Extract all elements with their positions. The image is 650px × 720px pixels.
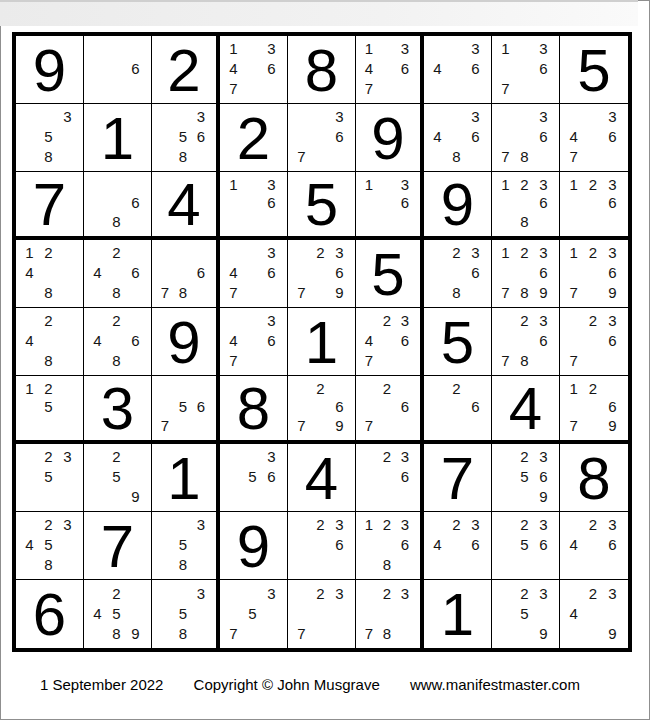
- given-digit: 7: [441, 449, 474, 509]
- candidate-digit: 3: [396, 175, 414, 194]
- cell-r8c5: 236: [288, 512, 356, 580]
- candidate-digit: 7: [156, 282, 174, 302]
- candidate-digit: 6: [192, 263, 210, 283]
- candidate-digit: 2: [515, 515, 534, 535]
- given-digit: 5: [305, 175, 338, 235]
- candidate-digit: 9: [330, 282, 349, 302]
- pencil-marks: 3467: [560, 104, 628, 171]
- candidate-digit: 3: [603, 107, 622, 127]
- candidate-digit: 6: [330, 398, 349, 417]
- candidate-digit: 6: [192, 398, 210, 417]
- candidate-digit: 6: [534, 263, 553, 283]
- pencil-marks: 358: [152, 512, 216, 579]
- candidate-digit: 4: [428, 535, 447, 555]
- candidate-digit: 1: [224, 175, 243, 194]
- pencil-marks: 1236789: [492, 240, 559, 307]
- candidate-digit: 9: [603, 416, 622, 435]
- pencil-marks: 3467: [220, 308, 287, 375]
- candidate-digit: 9: [534, 282, 553, 302]
- candidate-digit: 6: [603, 127, 622, 147]
- cell-r5c9: 2367: [560, 308, 628, 376]
- cell-r9c8: 2359: [492, 580, 560, 648]
- candidate-digit: 6: [466, 535, 485, 555]
- candidate-digit: 1: [564, 175, 583, 194]
- candidate-digit: 5: [107, 603, 126, 623]
- cell-r1c4: 13467: [220, 36, 288, 104]
- cell-r5c2: 2468: [84, 308, 152, 376]
- candidate-digit: 5: [39, 467, 58, 487]
- candidate-digit: 2: [515, 243, 534, 263]
- cell-r1c1: 9: [16, 36, 84, 104]
- candidate-digit: 2: [107, 447, 126, 467]
- cell-r8c9: 2346: [560, 512, 628, 580]
- candidate-digit: 3: [330, 243, 349, 263]
- candidate-digit: 2: [583, 583, 602, 603]
- pencil-marks: 3568: [152, 104, 216, 171]
- cell-r9c5: 237: [288, 580, 356, 648]
- sudoku-board: 9621346781346734613675358135682367934683…: [12, 32, 632, 652]
- candidate-digit: 6: [396, 331, 414, 351]
- pencil-marks: 26: [424, 376, 491, 440]
- cell-r6c9: 12679: [560, 376, 628, 444]
- candidate-digit: 1: [496, 39, 515, 59]
- cell-r6c8: 4: [492, 376, 560, 444]
- cell-r3c3: 4: [152, 172, 220, 240]
- given-digit: 5: [577, 41, 610, 101]
- candidate-digit: 8: [39, 350, 58, 370]
- pencil-marks: 12368: [356, 512, 420, 579]
- pencil-marks: 567: [152, 376, 216, 440]
- candidate-digit: 6: [262, 194, 281, 213]
- cell-r7c4: 356: [220, 444, 288, 512]
- candidate-digit: 2: [515, 583, 534, 603]
- pencil-marks: 2368: [424, 240, 491, 307]
- candidate-digit: 3: [603, 243, 622, 263]
- candidate-digit: 2: [583, 243, 602, 263]
- candidate-digit: 6: [262, 331, 281, 351]
- candidate-digit: 6: [330, 263, 349, 283]
- candidate-digit: 3: [396, 515, 414, 535]
- candidate-digit: 3: [330, 583, 349, 603]
- candidate-digit: 8: [174, 282, 192, 302]
- candidate-digit: 3: [330, 107, 349, 127]
- cell-r7c3: 1: [152, 444, 220, 512]
- pencil-marks: 2367: [560, 308, 628, 375]
- cell-r5c6: 23467: [356, 308, 424, 376]
- pencil-marks: 125: [16, 376, 83, 440]
- candidate-digit: 6: [466, 263, 485, 283]
- candidate-digit: 2: [311, 583, 330, 603]
- pencil-marks: 23458: [16, 512, 83, 579]
- given-digit: 4: [509, 379, 542, 439]
- pencil-marks: 2468: [84, 240, 151, 307]
- candidate-digit: 3: [603, 515, 622, 535]
- candidate-digit: 3: [58, 107, 77, 127]
- given-digit: 7: [101, 517, 134, 577]
- candidate-digit: 2: [515, 447, 534, 467]
- cell-r4c3: 678: [152, 240, 220, 308]
- candidate-digit: 5: [174, 127, 192, 147]
- cell-r5c4: 3467: [220, 308, 288, 376]
- candidate-digit: 1: [20, 379, 39, 398]
- candidate-digit: 3: [192, 107, 210, 127]
- cell-r9c9: 2349: [560, 580, 628, 648]
- given-digit: 5: [441, 313, 474, 373]
- candidate-digit: 8: [107, 350, 126, 370]
- cell-r9c7: 1: [424, 580, 492, 648]
- candidate-digit: 3: [534, 243, 553, 263]
- candidate-digit: 6: [396, 535, 414, 555]
- candidate-digit: 7: [496, 350, 515, 370]
- cell-r3c5: 5: [288, 172, 356, 240]
- candidate-digit: 2: [378, 311, 396, 331]
- candidate-digit: 4: [88, 603, 107, 623]
- pencil-marks: 6: [84, 36, 151, 103]
- cell-r5c1: 248: [16, 308, 84, 376]
- pencil-marks: 236: [356, 444, 420, 511]
- candidate-digit: 6: [603, 398, 622, 417]
- candidate-digit: 6: [396, 59, 414, 79]
- given-digit: 4: [167, 175, 200, 235]
- candidate-digit: 7: [496, 282, 515, 302]
- candidate-digit: 8: [515, 350, 534, 370]
- candidate-digit: 8: [174, 554, 192, 574]
- candidate-digit: 4: [20, 263, 39, 283]
- pencil-marks: 123679: [560, 240, 628, 307]
- candidate-digit: 2: [378, 515, 396, 535]
- cell-r7c7: 7: [424, 444, 492, 512]
- candidate-digit: 6: [466, 59, 485, 79]
- pencil-marks: 358: [152, 580, 216, 648]
- candidate-digit: 8: [515, 146, 534, 166]
- candidate-digit: 6: [262, 59, 281, 79]
- candidate-digit: 5: [174, 535, 192, 555]
- candidate-digit: 7: [292, 282, 311, 302]
- pencil-marks: 2356: [492, 512, 559, 579]
- cell-r4c9: 123679: [560, 240, 628, 308]
- given-digit: 9: [441, 175, 474, 235]
- candidate-digit: 8: [174, 146, 192, 166]
- candidate-digit: 1: [564, 243, 583, 263]
- candidate-digit: 6: [534, 127, 553, 147]
- cell-r2c2: 1: [84, 104, 152, 172]
- given-digit: 9: [167, 313, 200, 373]
- cell-r1c9: 5: [560, 36, 628, 104]
- pencil-marks: 1248: [16, 240, 83, 307]
- candidate-digit: 7: [224, 282, 243, 302]
- candidate-digit: 6: [603, 194, 622, 213]
- candidate-digit: 9: [126, 623, 145, 643]
- candidate-digit: 3: [262, 583, 281, 603]
- cell-r6c6: 267: [356, 376, 424, 444]
- candidate-digit: 1: [360, 175, 378, 194]
- given-digit: 2: [237, 109, 270, 169]
- candidate-digit: 3: [534, 311, 553, 331]
- pencil-marks: 3467: [220, 240, 287, 307]
- candidate-digit: 6: [534, 467, 553, 487]
- candidate-digit: 9: [126, 486, 145, 506]
- cell-r8c8: 2356: [492, 512, 560, 580]
- cell-r3c6: 136: [356, 172, 424, 240]
- candidate-digit: 7: [360, 78, 378, 98]
- candidate-digit: 2: [107, 583, 126, 603]
- candidate-digit: 6: [534, 59, 553, 79]
- pencil-marks: 237: [288, 580, 355, 648]
- pencil-marks: 23678: [492, 308, 559, 375]
- pencil-marks: 3678: [492, 104, 559, 171]
- given-digit: 8: [237, 379, 270, 439]
- candidate-digit: 6: [126, 194, 145, 213]
- candidate-digit: 3: [262, 175, 281, 194]
- candidate-digit: 7: [292, 146, 311, 166]
- candidate-digit: 7: [496, 78, 515, 98]
- candidate-digit: 9: [603, 623, 622, 643]
- cell-r4c1: 1248: [16, 240, 84, 308]
- candidate-digit: 4: [564, 535, 583, 555]
- candidate-digit: 8: [515, 212, 534, 231]
- cell-r6c1: 125: [16, 376, 84, 444]
- candidate-digit: 5: [39, 127, 58, 147]
- cell-r7c6: 236: [356, 444, 424, 512]
- pencil-marks: 68: [84, 172, 151, 236]
- given-digit: 9: [33, 41, 66, 101]
- pencil-marks: 236: [288, 512, 355, 579]
- cell-r2c6: 9: [356, 104, 424, 172]
- candidate-digit: 8: [515, 282, 534, 302]
- candidate-digit: 2: [311, 515, 330, 535]
- candidate-digit: 3: [534, 39, 553, 59]
- pencil-marks: 2346: [560, 512, 628, 579]
- candidate-digit: 3: [603, 311, 622, 331]
- footer-website: www.manifestmaster.com: [410, 676, 580, 693]
- candidate-digit: 3: [603, 583, 622, 603]
- candidate-digit: 4: [88, 263, 107, 283]
- pencil-marks: 2468: [84, 308, 151, 375]
- candidate-digit: 8: [174, 623, 192, 643]
- candidate-digit: 6: [126, 59, 145, 79]
- candidate-digit: 3: [396, 447, 414, 467]
- pencil-marks: 23569: [492, 444, 559, 511]
- given-digit: 1: [305, 313, 338, 373]
- candidate-digit: 1: [564, 379, 583, 398]
- candidate-digit: 3: [192, 515, 210, 535]
- candidate-digit: 2: [583, 175, 602, 194]
- candidate-digit: 9: [534, 623, 553, 643]
- candidate-digit: 4: [428, 127, 447, 147]
- candidate-digit: 5: [39, 398, 58, 417]
- cell-r6c3: 567: [152, 376, 220, 444]
- candidate-digit: 8: [39, 282, 58, 302]
- candidate-digit: 3: [466, 243, 485, 263]
- candidate-digit: 5: [515, 535, 534, 555]
- candidate-digit: 8: [107, 282, 126, 302]
- candidate-digit: 6: [330, 127, 349, 147]
- given-digit: 6: [33, 585, 66, 645]
- pencil-marks: 2378: [356, 580, 420, 648]
- candidate-digit: 6: [466, 127, 485, 147]
- pencil-marks: 678: [152, 240, 216, 307]
- candidate-digit: 9: [603, 282, 622, 302]
- cell-r2c5: 367: [288, 104, 356, 172]
- cell-r9c6: 2378: [356, 580, 424, 648]
- candidate-digit: 3: [192, 583, 210, 603]
- candidate-digit: 3: [262, 243, 281, 263]
- candidate-digit: 5: [243, 467, 262, 487]
- pencil-marks: 12679: [560, 376, 628, 440]
- cell-r7c5: 4: [288, 444, 356, 512]
- pencil-marks: 23467: [356, 308, 420, 375]
- pencil-marks: 1367: [492, 36, 559, 103]
- candidate-digit: 3: [58, 515, 77, 535]
- pencil-marks: 357: [220, 580, 287, 648]
- cell-r9c4: 357: [220, 580, 288, 648]
- candidate-digit: 3: [58, 447, 77, 467]
- candidate-digit: 2: [583, 515, 602, 535]
- candidate-digit: 4: [360, 59, 378, 79]
- given-digit: 1: [441, 585, 474, 645]
- pencil-marks: 346: [424, 36, 491, 103]
- candidate-digit: 3: [466, 39, 485, 59]
- given-digit: 9: [371, 109, 404, 169]
- cell-r7c8: 23569: [492, 444, 560, 512]
- candidate-digit: 7: [224, 78, 243, 98]
- candidate-digit: 1: [496, 243, 515, 263]
- candidate-digit: 7: [360, 350, 378, 370]
- candidate-digit: 6: [534, 194, 553, 213]
- cell-r3c8: 12368: [492, 172, 560, 240]
- candidate-digit: 7: [292, 416, 311, 435]
- cell-r4c8: 1236789: [492, 240, 560, 308]
- pencil-marks: 2679: [288, 376, 355, 440]
- candidate-digit: 3: [330, 515, 349, 535]
- candidate-digit: 4: [360, 331, 378, 351]
- candidate-digit: 3: [396, 583, 414, 603]
- cell-r3c4: 136: [220, 172, 288, 240]
- candidate-digit: 6: [396, 398, 414, 417]
- cell-r4c4: 3467: [220, 240, 288, 308]
- candidate-digit: 2: [447, 515, 466, 535]
- candidate-digit: 2: [311, 243, 330, 263]
- candidate-digit: 4: [224, 331, 243, 351]
- candidate-digit: 7: [224, 350, 243, 370]
- candidate-digit: 6: [534, 331, 553, 351]
- candidate-digit: 9: [330, 416, 349, 435]
- cell-r8c7: 2346: [424, 512, 492, 580]
- candidate-digit: 2: [39, 447, 58, 467]
- given-digit: 5: [371, 245, 404, 305]
- candidate-digit: 1: [20, 243, 39, 263]
- cell-r8c4: 9: [220, 512, 288, 580]
- candidate-digit: 4: [20, 331, 39, 351]
- cell-r2c1: 358: [16, 104, 84, 172]
- candidate-digit: 6: [126, 331, 145, 351]
- candidate-digit: 7: [360, 623, 378, 643]
- cell-r1c5: 8: [288, 36, 356, 104]
- candidate-digit: 6: [262, 263, 281, 283]
- cell-r1c3: 2: [152, 36, 220, 104]
- pencil-marks: 235: [16, 444, 83, 511]
- candidate-digit: 2: [447, 243, 466, 263]
- footer-date: 1 September 2022: [40, 676, 163, 693]
- given-digit: 1: [167, 449, 200, 509]
- candidate-digit: 6: [126, 263, 145, 283]
- cell-r4c5: 23679: [288, 240, 356, 308]
- candidate-digit: 8: [107, 623, 126, 643]
- pencil-marks: 358: [16, 104, 83, 171]
- candidate-digit: 6: [262, 467, 281, 487]
- cell-r3c2: 68: [84, 172, 152, 240]
- candidate-digit: 3: [534, 515, 553, 535]
- cell-r9c1: 6: [16, 580, 84, 648]
- candidate-digit: 7: [496, 146, 515, 166]
- candidate-digit: 8: [39, 146, 58, 166]
- candidate-digit: 7: [564, 282, 583, 302]
- candidate-digit: 2: [378, 583, 396, 603]
- cell-r3c1: 7: [16, 172, 84, 240]
- candidate-digit: 9: [534, 486, 553, 506]
- candidate-digit: 4: [224, 263, 243, 283]
- cell-r7c9: 8: [560, 444, 628, 512]
- candidate-digit: 2: [583, 379, 602, 398]
- cell-r2c4: 2: [220, 104, 288, 172]
- candidate-digit: 6: [603, 535, 622, 555]
- candidate-digit: 2: [515, 311, 534, 331]
- cell-r7c1: 235: [16, 444, 84, 512]
- candidate-digit: 3: [262, 311, 281, 331]
- cell-r4c2: 2468: [84, 240, 152, 308]
- candidate-digit: 2: [311, 379, 330, 398]
- cell-r5c3: 9: [152, 308, 220, 376]
- candidate-digit: 2: [515, 175, 534, 194]
- candidate-digit: 6: [466, 398, 485, 417]
- candidate-digit: 8: [39, 554, 58, 574]
- cell-r4c6: 5: [356, 240, 424, 308]
- cell-r2c7: 3468: [424, 104, 492, 172]
- candidate-digit: 6: [534, 535, 553, 555]
- cell-r2c3: 3568: [152, 104, 220, 172]
- candidate-digit: 3: [603, 175, 622, 194]
- candidate-digit: 5: [515, 467, 534, 487]
- pencil-marks: 136: [220, 172, 287, 236]
- candidate-digit: 2: [107, 243, 126, 263]
- candidate-digit: 2: [39, 311, 58, 331]
- cell-r6c4: 8: [220, 376, 288, 444]
- candidate-digit: 3: [466, 107, 485, 127]
- pencil-marks: 1236: [560, 172, 628, 236]
- pencil-marks: 367: [288, 104, 355, 171]
- pencil-marks: 2346: [424, 512, 491, 579]
- candidate-digit: 1: [360, 515, 378, 535]
- candidate-digit: 1: [224, 39, 243, 59]
- pencil-marks: 267: [356, 376, 420, 440]
- footer-copyright: Copyright © John Musgrave: [194, 676, 380, 693]
- candidate-digit: 3: [396, 311, 414, 331]
- candidate-digit: 8: [378, 623, 396, 643]
- cell-r6c5: 2679: [288, 376, 356, 444]
- candidate-digit: 2: [447, 379, 466, 398]
- pencil-marks: 13467: [356, 36, 420, 103]
- candidate-digit: 2: [378, 447, 396, 467]
- candidate-digit: 3: [534, 447, 553, 467]
- candidate-digit: 2: [39, 243, 58, 263]
- candidate-digit: 3: [466, 515, 485, 535]
- candidate-digit: 5: [515, 603, 534, 623]
- candidate-digit: 5: [174, 398, 192, 417]
- candidate-digit: 6: [603, 331, 622, 351]
- candidate-digit: 3: [262, 39, 281, 59]
- cell-r6c7: 26: [424, 376, 492, 444]
- cell-r1c6: 13467: [356, 36, 424, 104]
